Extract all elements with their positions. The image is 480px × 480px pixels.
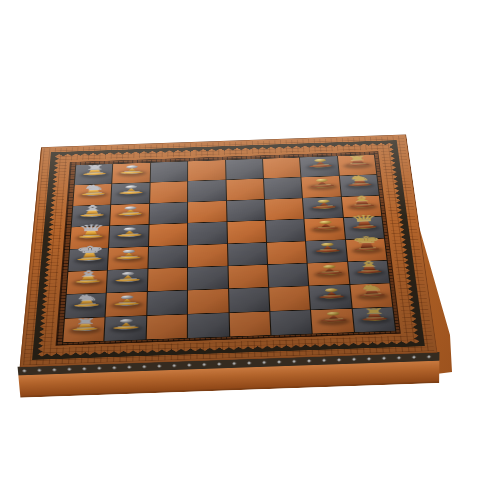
piece-shadow [359, 316, 391, 324]
square-e6 [267, 241, 307, 264]
metal-collar [79, 280, 96, 281]
metal-collar [119, 279, 136, 280]
piece-black-pawn [304, 158, 337, 168]
square-c5 [227, 200, 265, 222]
piece-glyph: ♜ [363, 308, 386, 315]
piece-shadow [354, 269, 385, 277]
piece-glyph: ♚ [75, 245, 105, 254]
piece-glyph: ♚ [351, 235, 382, 244]
metal-collar [325, 319, 343, 320]
piece-white-queen: ♛ [74, 221, 109, 239]
piece-black-knight: ♞ [343, 172, 377, 186]
square-h3 [146, 314, 187, 339]
wood-base [317, 272, 342, 275]
pawn-head [127, 165, 139, 168]
piece-black-pawn [313, 287, 349, 298]
piece-shadow [114, 255, 144, 263]
piece-black-king: ♚ [349, 232, 385, 251]
square-a5 [226, 159, 263, 180]
pawn-head [123, 249, 135, 253]
metal-collar [118, 302, 136, 303]
piece-glyph: ♛ [349, 214, 378, 223]
piece-white-bishop: ♝ [75, 202, 109, 217]
metal-collar [321, 272, 338, 273]
square-f2 [107, 269, 147, 293]
square-h7 [311, 309, 353, 334]
piece-glyph: ♝ [75, 270, 101, 278]
metal-collar [359, 247, 376, 248]
piece-white-pawn [113, 227, 147, 238]
piece-black-pawn [308, 220, 342, 230]
piece-shadow [74, 256, 105, 264]
wood-base [116, 279, 141, 282]
metal-collar [366, 317, 384, 318]
piece-shadow [111, 301, 142, 309]
square-h4 [188, 313, 229, 338]
square-a6 [263, 158, 301, 179]
piece-black-pawn [315, 311, 351, 323]
metal-collar [363, 293, 381, 294]
wood-base [362, 317, 387, 320]
piece-shadow [312, 248, 343, 256]
square-b3 [150, 182, 187, 203]
wood-base [114, 326, 139, 329]
square-a3 [150, 161, 187, 182]
piece-glyph: ♞ [358, 283, 385, 291]
pawn-head [317, 199, 329, 203]
piece-shadow [314, 270, 345, 278]
piece-white-pawn [114, 205, 148, 215]
piece-shadow [318, 318, 350, 327]
pawn-body [119, 298, 136, 303]
piece-black-bishop: ♝ [345, 192, 380, 207]
square-h1 [63, 317, 105, 342]
pawn-head [325, 288, 338, 292]
square-f6 [268, 263, 309, 287]
piece-white-pawn [111, 271, 146, 282]
wood-pedestal [368, 314, 382, 318]
wood-base [74, 304, 99, 307]
square-h6 [270, 310, 312, 335]
square-a4 [188, 160, 225, 181]
pawn-head [126, 185, 138, 189]
piece-black-rook: ♜ [341, 154, 375, 166]
piece-shadow [316, 294, 348, 302]
piece-shadow [69, 326, 101, 335]
board-top: ♜♜♞♞♝♝♛♛♚♚♝♝♞♞♜♜ [20, 134, 438, 367]
piece-black-pawn [310, 242, 345, 253]
pawn-body [321, 268, 338, 273]
piece-shadow [113, 277, 144, 285]
wood-base [115, 302, 140, 305]
piece-black-knight: ♞ [353, 281, 390, 297]
square-g6 [269, 286, 310, 310]
square-c6 [265, 198, 304, 220]
pawn-body [120, 275, 136, 280]
pawn-head [124, 227, 136, 231]
piece-glyph: ♞ [74, 293, 100, 301]
wood-base [360, 294, 385, 297]
piece-white-king: ♚ [72, 241, 107, 260]
square-b4 [188, 180, 225, 201]
piece-white-pawn [112, 248, 146, 259]
piece-white-knight: ♞ [69, 291, 105, 307]
piece-white-pawn [116, 164, 149, 174]
square-b6 [264, 178, 302, 199]
piece-black-pawn [305, 178, 339, 188]
piece-glyph: ♞ [347, 175, 372, 182]
pawn-body [323, 291, 340, 296]
square-c4 [188, 201, 226, 223]
square-f4 [188, 266, 227, 290]
chess-set-photo: ♜♜♞♞♝♝♛♛♚♚♝♝♞♞♜♜ [0, 0, 480, 480]
square-g4 [188, 289, 228, 313]
metal-collar [78, 303, 96, 304]
piece-white-bishop: ♝ [70, 267, 105, 283]
piece-glyph: ♝ [356, 260, 382, 268]
piece-black-bishop: ♝ [351, 257, 387, 273]
square-f5 [228, 265, 268, 289]
pawn-body [325, 315, 342, 320]
square-b5 [226, 179, 264, 200]
piece-black-pawn [307, 198, 341, 208]
metal-collar [117, 326, 135, 327]
pawn-head [314, 159, 326, 162]
piece-glyph: ♜ [74, 318, 97, 325]
square-g7 [310, 285, 352, 309]
square-e3 [148, 245, 187, 268]
square-g1 [65, 293, 106, 317]
wood-pedestal [363, 266, 377, 271]
wood-base [319, 295, 344, 298]
square-d4 [188, 222, 226, 245]
pawn-head [327, 312, 340, 316]
pawn-head [122, 272, 134, 276]
wood-base [358, 270, 383, 273]
square-g3 [147, 291, 187, 315]
wood-base [117, 256, 141, 259]
wood-base [77, 257, 101, 260]
square-e4 [188, 244, 227, 267]
square-d3 [149, 223, 187, 246]
piece-white-rook: ♜ [78, 163, 111, 175]
piece-shadow [70, 302, 102, 310]
pawn-head [323, 265, 335, 269]
wood-pedestal [78, 324, 92, 328]
piece-glyph: ♜ [84, 165, 105, 171]
piece-shadow [352, 246, 383, 254]
square-g5 [229, 288, 270, 312]
piece-white-pawn [110, 294, 145, 305]
piece-black-pawn [312, 264, 347, 275]
square-d6 [266, 219, 305, 242]
piece-white-knight: ♞ [77, 182, 111, 196]
pawn-head [316, 179, 328, 183]
piece-glyph: ♝ [349, 195, 374, 203]
pawn-head [319, 221, 331, 225]
piece-shadow [357, 292, 389, 300]
wood-base [321, 319, 346, 322]
square-d5 [227, 221, 266, 244]
square-f8 [348, 261, 390, 285]
square-f1 [67, 270, 108, 294]
wood-pedestal [365, 290, 379, 294]
piece-shadow [72, 279, 103, 287]
square-e5 [228, 242, 267, 265]
piece-black-rook: ♜ [356, 306, 393, 321]
chess-box: ♜♜♞♞♝♝♛♛♚♚♝♝♞♞♜♜ [20, 134, 438, 367]
metal-collar [120, 256, 137, 257]
pawn-body [118, 322, 135, 327]
square-f7 [308, 262, 349, 286]
pawn-head [125, 206, 137, 210]
metal-collar [76, 327, 94, 328]
square-f3 [148, 268, 187, 292]
piece-white-rook: ♜ [67, 316, 103, 331]
piece-glyph: ♞ [81, 184, 106, 191]
square-h5 [229, 311, 270, 336]
piece-shadow [110, 325, 142, 334]
perspective-scene: ♜♜♞♞♝♝♛♛♚♚♝♝♞♞♜♜ [0, 0, 480, 480]
square-g8 [350, 284, 392, 308]
metal-collar [361, 270, 378, 271]
square-g2 [106, 292, 147, 316]
piece-white-pawn [108, 318, 144, 330]
pawn-head [120, 319, 133, 323]
piece-glyph: ♝ [80, 204, 105, 212]
piece-glyph: ♛ [77, 224, 106, 233]
piece-glyph: ♜ [347, 155, 368, 161]
wood-base [72, 328, 97, 331]
metal-collar [323, 295, 341, 296]
square-c3 [149, 202, 187, 224]
wood-pedestal [81, 276, 94, 281]
metal-collar [81, 257, 98, 258]
metal-collar [319, 249, 336, 250]
piece-black-queen: ♛ [347, 211, 382, 229]
wood-base [355, 248, 379, 251]
square-h2 [105, 316, 146, 341]
square-h8 [352, 307, 395, 332]
wood-base [315, 249, 339, 252]
wood-pedestal [80, 300, 94, 304]
wood-base [75, 280, 100, 283]
pawn-head [321, 242, 333, 246]
pawn-head [121, 295, 134, 299]
piece-white-pawn [115, 184, 148, 194]
